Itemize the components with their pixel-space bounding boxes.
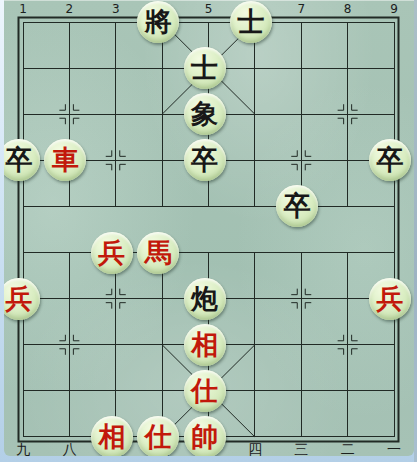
piece-black-general[interactable]: 將 [137, 1, 179, 43]
piece-red-soldier[interactable]: 兵 [369, 278, 411, 320]
piece-glyph: 卒 [6, 139, 33, 181]
piece-black-soldier[interactable]: 卒 [4, 139, 40, 181]
piece-red-advisor[interactable]: 仕 [184, 370, 226, 412]
board-cell: 車 [42, 137, 88, 183]
piece-glyph: 象 [191, 93, 218, 135]
xiangqi-window: 123456789 九八七六五四三二一 將士士象卒車卒卒卒兵馬兵炮兵相仕相仕帥 [0, 0, 417, 462]
piece-red-soldier[interactable]: 兵 [4, 278, 40, 320]
piece-glyph: 兵 [377, 278, 404, 320]
board-cell: 卒 [274, 183, 320, 229]
board-cell: 卒 [367, 137, 413, 183]
board-cell: 仕 [135, 414, 181, 456]
piece-glyph: 仕 [145, 416, 172, 456]
board-cell: 炮 [181, 276, 227, 322]
piece-glyph: 馬 [145, 232, 172, 274]
piece-glyph: 相 [98, 416, 125, 456]
board-cell: 卒 [4, 137, 42, 183]
board-cell: 兵 [4, 276, 42, 322]
piece-glyph: 炮 [191, 278, 218, 320]
board-cell: 士 [228, 0, 274, 45]
board-cell: 兵 [89, 230, 135, 276]
piece-black-elephant[interactable]: 象 [184, 93, 226, 135]
piece-glyph: 卒 [191, 139, 218, 181]
piece-black-cannon[interactable]: 炮 [184, 278, 226, 320]
board-cell: 馬 [135, 230, 181, 276]
piece-glyph: 士 [237, 1, 264, 43]
board-cell: 相 [181, 322, 227, 368]
piece-red-soldier[interactable]: 兵 [91, 232, 133, 274]
piece-red-advisor[interactable]: 仕 [137, 416, 179, 456]
piece-glyph: 車 [52, 139, 79, 181]
board-cell: 卒 [181, 137, 227, 183]
piece-red-elephant[interactable]: 相 [184, 324, 226, 366]
board-cell: 兵 [367, 276, 413, 322]
board-cell: 士 [181, 45, 227, 91]
piece-red-elephant[interactable]: 相 [91, 416, 133, 456]
xiangqi-board: 123456789 九八七六五四三二一 將士士象卒車卒卒卒兵馬兵炮兵相仕相仕帥 [4, 0, 414, 456]
piece-grid: 將士士象卒車卒卒卒兵馬兵炮兵相仕相仕帥 [4, 0, 413, 456]
piece-glyph: 仕 [191, 370, 218, 412]
piece-glyph: 卒 [284, 185, 311, 227]
piece-glyph: 相 [191, 324, 218, 366]
board-cell: 象 [181, 91, 227, 137]
piece-glyph: 卒 [377, 139, 404, 181]
piece-black-soldier[interactable]: 卒 [184, 139, 226, 181]
board-cell: 仕 [181, 368, 227, 414]
piece-red-horse[interactable]: 馬 [137, 232, 179, 274]
board-cell: 帥 [181, 414, 227, 456]
piece-glyph: 兵 [98, 232, 125, 274]
board-cell: 相 [89, 414, 135, 456]
piece-red-general[interactable]: 帥 [184, 416, 226, 456]
piece-black-advisor[interactable]: 士 [184, 47, 226, 89]
piece-black-soldier[interactable]: 卒 [369, 139, 411, 181]
piece-glyph: 將 [145, 1, 172, 43]
board-stage: 123456789 九八七六五四三二一 將士士象卒車卒卒卒兵馬兵炮兵相仕相仕帥 [4, 0, 414, 456]
piece-glyph: 兵 [6, 278, 33, 320]
piece-black-soldier[interactable]: 卒 [276, 185, 318, 227]
piece-glyph: 帥 [191, 416, 218, 456]
board-cell: 將 [135, 0, 181, 45]
piece-black-advisor[interactable]: 士 [230, 1, 272, 43]
piece-glyph: 士 [191, 47, 218, 89]
piece-red-chariot[interactable]: 車 [44, 139, 86, 181]
